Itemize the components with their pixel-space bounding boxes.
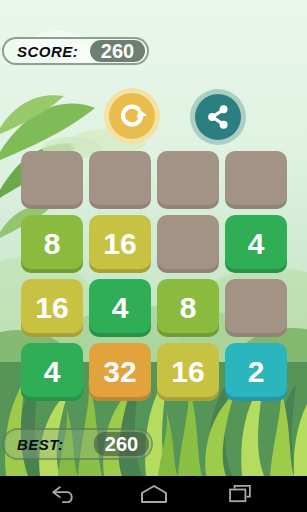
best-label: BEST: [4, 436, 63, 453]
empty-cell [225, 279, 287, 337]
share-button[interactable] [190, 89, 246, 145]
recents-icon [227, 485, 253, 503]
back-icon [50, 485, 78, 503]
empty-cell [21, 151, 83, 209]
best-value: 260 [94, 432, 149, 456]
score-value: 260 [90, 40, 145, 62]
tile-16: 16 [89, 215, 151, 273]
restart-button[interactable] [104, 88, 160, 144]
empty-cell [157, 151, 219, 209]
tile-32: 32 [89, 343, 151, 401]
tile-16: 16 [157, 343, 219, 401]
tile-8: 8 [157, 279, 219, 337]
tile-8: 8 [21, 215, 83, 273]
score-bar: SCORE: 260 [2, 37, 149, 65]
score-label: SCORE: [4, 43, 78, 60]
home-icon [140, 485, 168, 503]
tile-16: 16 [21, 279, 83, 337]
empty-cell [157, 215, 219, 273]
android-navbar [0, 476, 307, 512]
tile-4: 4 [21, 343, 83, 401]
back-button[interactable] [46, 483, 82, 505]
refresh-icon [117, 101, 147, 131]
recents-button[interactable] [222, 483, 258, 505]
app-screen: SCORE: 260 81641648432162 BEST: 260 [0, 0, 307, 512]
empty-cell [225, 151, 287, 209]
tile-4: 4 [89, 279, 151, 337]
empty-cell [89, 151, 151, 209]
best-bar: BEST: 260 [2, 428, 153, 460]
share-icon [204, 103, 232, 131]
tile-4: 4 [225, 215, 287, 273]
game-board[interactable]: 81641648432162 [21, 151, 287, 401]
tile-2: 2 [225, 343, 287, 401]
home-button[interactable] [136, 483, 172, 505]
